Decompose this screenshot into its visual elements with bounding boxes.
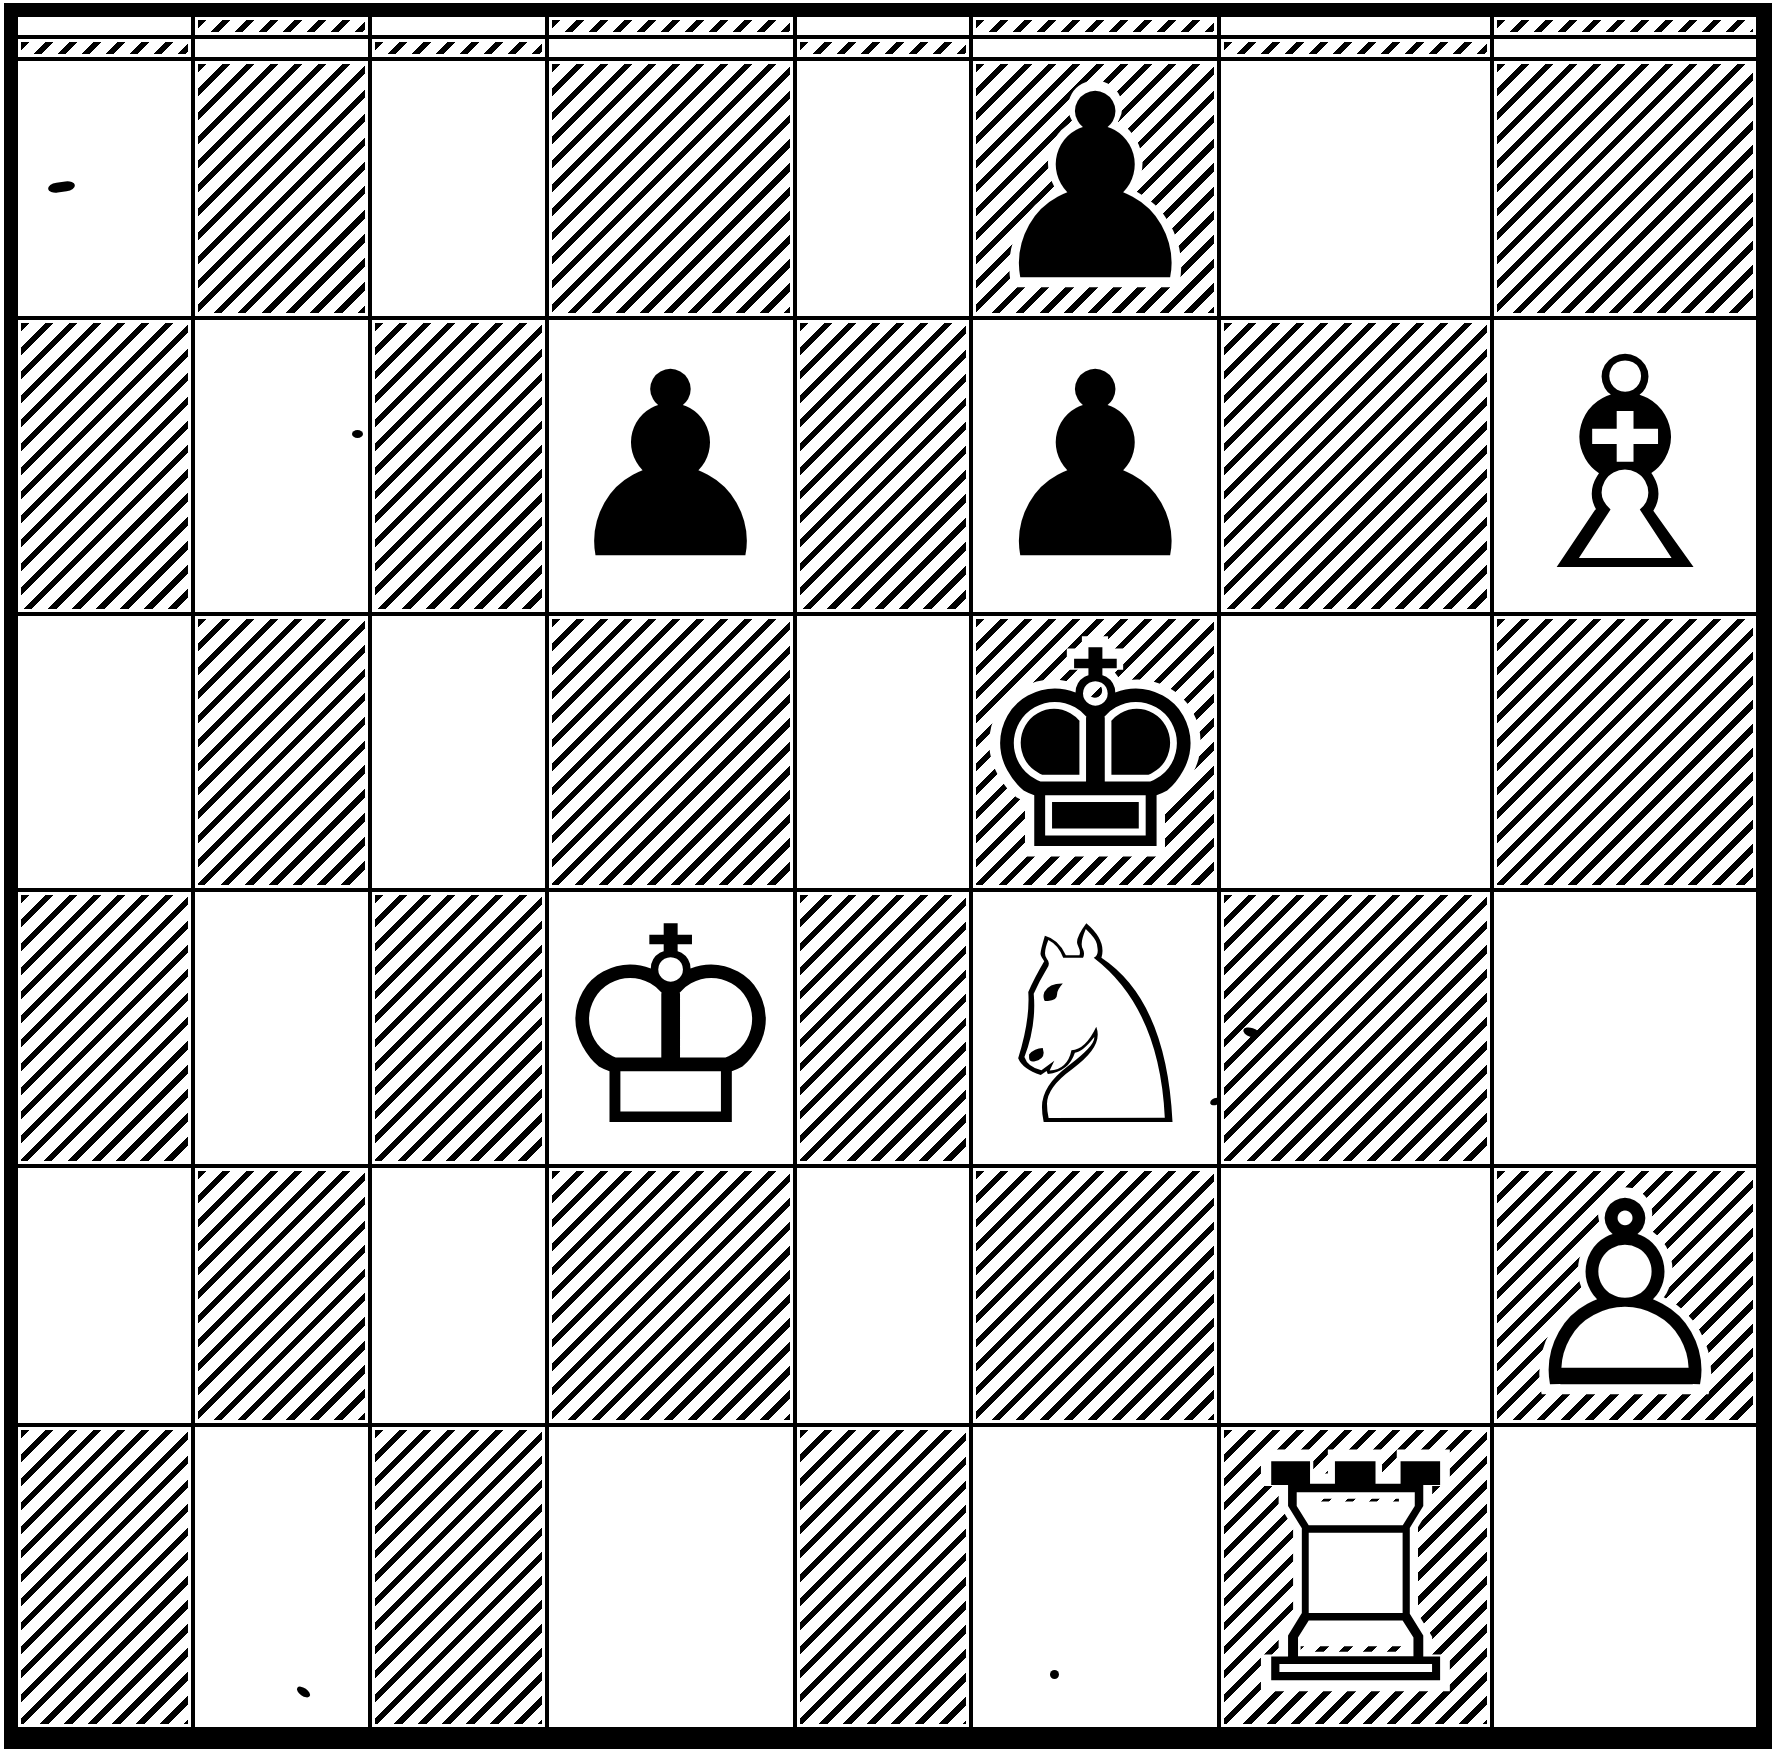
square-d1 [549, 1427, 793, 1727]
square-b8 [195, 17, 368, 35]
square-c2 [372, 1168, 545, 1423]
square-d7 [549, 39, 793, 57]
piece-white-pawn: ♟♙ [1494, 1168, 1756, 1423]
piece-white-bishop: ♝♗ [1494, 320, 1756, 612]
square-g4 [1221, 616, 1490, 888]
square-f1 [973, 1427, 1217, 1727]
square-e8 [797, 17, 970, 35]
square-e4 [797, 616, 970, 888]
square-a2 [18, 1168, 191, 1423]
black-king-glyph: ♚ [973, 616, 1217, 888]
black-pawn-glyph: ♟ [556, 339, 785, 594]
square-h2: ♟♙ [1494, 1168, 1756, 1423]
square-g3 [1221, 892, 1490, 1164]
square-f3: ♞♘ [973, 892, 1217, 1164]
square-a6 [18, 61, 191, 316]
chessboard-frame: ♟♟♟♟♟♟♝♗♚♚♚♔♞♘♟♙♜♖ [4, 3, 1772, 1749]
square-d5: ♟♟ [549, 320, 793, 612]
square-d8 [549, 17, 793, 35]
square-d4 [549, 616, 793, 888]
ink-speck [352, 430, 363, 438]
square-b1 [195, 1427, 368, 1727]
square-f4: ♚♚ [973, 616, 1217, 888]
piece-black-pawn: ♟♟ [973, 320, 1217, 612]
square-g1: ♜♖ [1221, 1427, 1490, 1727]
square-g8 [1221, 17, 1490, 35]
square-h8 [1494, 17, 1756, 35]
square-a4 [18, 616, 191, 888]
square-b3 [195, 892, 368, 1164]
square-b5 [195, 320, 368, 612]
square-e2 [797, 1168, 970, 1423]
square-g6 [1221, 61, 1490, 316]
white-king-glyph: ♔ [549, 892, 793, 1164]
white-bishop-glyph: ♗ [1494, 320, 1756, 612]
ink-speck [1050, 1670, 1059, 1679]
square-b4 [195, 616, 368, 888]
square-f6: ♟♟ [973, 61, 1217, 316]
square-c8 [372, 17, 545, 35]
square-c7 [372, 39, 545, 57]
square-h4 [1494, 616, 1756, 888]
square-g7 [1221, 39, 1490, 57]
white-rook-glyph: ♖ [1221, 1427, 1490, 1727]
white-pawn-glyph: ♙ [1511, 1168, 1740, 1423]
black-pawn-glyph: ♟ [981, 339, 1210, 594]
square-e3 [797, 892, 970, 1164]
square-g5 [1221, 320, 1490, 612]
square-c3 [372, 892, 545, 1164]
square-a5 [18, 320, 191, 612]
piece-black-king: ♚♚ [973, 616, 1217, 888]
square-a8 [18, 17, 191, 35]
square-d3: ♚♔ [549, 892, 793, 1164]
square-h1 [1494, 1427, 1756, 1727]
square-e1 [797, 1427, 970, 1727]
square-h3 [1494, 892, 1756, 1164]
square-e6 [797, 61, 970, 316]
square-b7 [195, 39, 368, 57]
square-a3 [18, 892, 191, 1164]
piece-black-pawn: ♟♟ [549, 320, 793, 612]
black-pawn-glyph: ♟ [981, 61, 1210, 316]
chessboard: ♟♟♟♟♟♟♝♗♚♚♚♔♞♘♟♙♜♖ [18, 17, 1756, 1727]
square-a1 [18, 1427, 191, 1727]
piece-black-pawn: ♟♟ [973, 61, 1217, 316]
square-e5 [797, 320, 970, 612]
piece-white-king: ♚♔ [549, 892, 793, 1164]
white-knight-glyph: ♘ [973, 892, 1217, 1164]
square-e7 [797, 39, 970, 57]
square-h5: ♝♗ [1494, 320, 1756, 612]
square-b6 [195, 61, 368, 316]
square-c6 [372, 61, 545, 316]
square-h6 [1494, 61, 1756, 316]
square-f2 [973, 1168, 1217, 1423]
square-c4 [372, 616, 545, 888]
piece-white-rook: ♜♖ [1221, 1427, 1490, 1727]
square-g2 [1221, 1168, 1490, 1423]
square-b2 [195, 1168, 368, 1423]
square-c5 [372, 320, 545, 612]
square-h7 [1494, 39, 1756, 57]
piece-white-knight: ♞♘ [973, 892, 1217, 1164]
square-d6 [549, 61, 793, 316]
square-d2 [549, 1168, 793, 1423]
square-f5: ♟♟ [973, 320, 1217, 612]
square-a7 [18, 39, 191, 57]
scanned-page: ♟♟♟♟♟♟♝♗♚♚♚♔♞♘♟♙♜♖ [0, 0, 1782, 1755]
square-c1 [372, 1427, 545, 1727]
